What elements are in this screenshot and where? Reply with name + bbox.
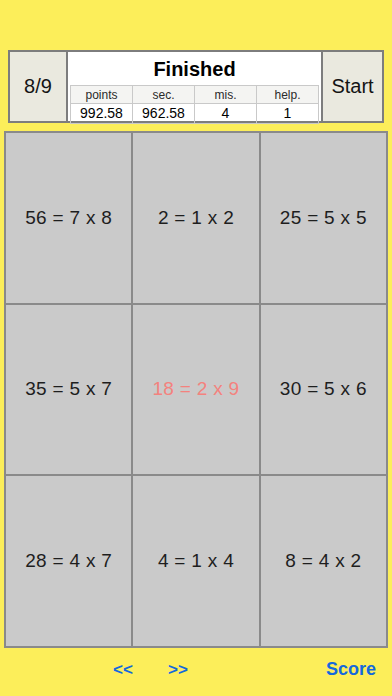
stats-col-help: help. [257,86,319,104]
equation-cell-r0c0[interactable]: 56 = 7 x 8 [6,133,131,303]
equation-cell-r1c1[interactable]: 18 = 2 x 9 [133,305,258,475]
start-button[interactable]: Start [321,52,382,121]
equation-cell-r0c1[interactable]: 2 = 1 x 2 [133,133,258,303]
stats-col-points: points [71,86,133,104]
stats-value-help: 1 [257,104,319,124]
top-panel: 8/9 Finished points sec. mis. help. 992.… [8,50,384,123]
equation-cell-r1c2[interactable]: 30 = 5 x 6 [261,305,386,475]
stats-col-sec: sec. [133,86,195,104]
equation-cell-r1c0[interactable]: 35 = 5 x 7 [6,305,131,475]
equation-cell-r2c1[interactable]: 4 = 1 x 4 [133,476,258,646]
stats-value-sec: 962.58 [133,104,195,124]
equation-cell-r2c2[interactable]: 8 = 4 x 2 [261,476,386,646]
next-button[interactable]: >> [168,660,188,680]
prev-button[interactable]: << [113,660,133,680]
status-title: Finished [68,52,321,83]
stats-value-points: 992.58 [71,104,133,124]
equation-cell-r2c0[interactable]: 28 = 4 x 7 [6,476,131,646]
app-screen: 8/9 Finished points sec. mis. help. 992.… [0,0,392,696]
status-panel: Finished points sec. mis. help. 992.58 9… [68,52,321,121]
stats-table: points sec. mis. help. 992.58 962.58 4 1 [70,85,319,124]
stats-header-row: points sec. mis. help. [71,86,319,104]
progress-indicator: 8/9 [10,52,68,121]
stats-value-row: 992.58 962.58 4 1 [71,104,319,124]
score-button[interactable]: Score [326,659,376,680]
equation-grid: 56 = 7 x 8 2 = 1 x 2 25 = 5 x 5 35 = 5 x… [4,131,388,648]
equation-cell-r0c2[interactable]: 25 = 5 x 5 [261,133,386,303]
stats-value-mis: 4 [195,104,257,124]
stats-col-mis: mis. [195,86,257,104]
